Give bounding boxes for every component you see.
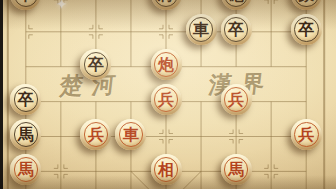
piece-glyph: 兵 <box>80 119 111 150</box>
piece-glyph: 相 <box>151 154 182 185</box>
piece-red-cannon[interactable]: 炮 <box>151 49 182 80</box>
piece-red-pawn[interactable]: 兵 <box>221 84 252 115</box>
piece-black-pawn[interactable]: 卒 <box>291 14 322 45</box>
piece-black-elephant[interactable]: 象 <box>291 0 322 10</box>
piece-glyph: 兵 <box>291 119 322 150</box>
piece-red-pawn[interactable]: 兵 <box>80 119 111 150</box>
piece-glyph: 馬 <box>221 154 252 185</box>
piece-black-pawn[interactable]: 卒 <box>10 84 41 115</box>
piece-red-pawn[interactable]: 兵 <box>151 84 182 115</box>
piece-black-general[interactable]: 將 <box>151 0 182 10</box>
left-edge-bar <box>0 0 3 189</box>
piece-glyph: 炮 <box>151 50 182 81</box>
piece-glyph: 砲 <box>221 0 252 11</box>
xiangqi-game-screen: 楚河 漢界 車將砲象車卒卒卒炮卒兵兵馬兵車兵馬相馬 ✦ <box>0 0 336 189</box>
piece-black-cannon[interactable]: 砲 <box>221 0 252 10</box>
piece-glyph: 馬 <box>10 119 41 150</box>
piece-black-chariot[interactable]: 車 <box>10 0 41 10</box>
piece-glyph: 卒 <box>221 15 252 46</box>
piece-glyph: 兵 <box>221 85 252 116</box>
piece-glyph: 馬 <box>10 154 41 185</box>
piece-black-chariot[interactable]: 車 <box>186 14 217 45</box>
piece-glyph: 卒 <box>80 50 111 81</box>
piece-black-pawn[interactable]: 卒 <box>80 49 111 80</box>
piece-glyph: 車 <box>10 0 41 11</box>
piece-black-horse[interactable]: 馬 <box>10 119 41 150</box>
sparkle-effect-icon: ✦ <box>56 0 68 12</box>
piece-red-chariot[interactable]: 車 <box>115 119 146 150</box>
piece-red-horse[interactable]: 馬 <box>10 154 41 185</box>
piece-glyph: 卒 <box>10 85 41 116</box>
xiangqi-board[interactable]: 車將砲象車卒卒卒炮卒兵兵馬兵車兵馬相馬 <box>8 0 324 189</box>
piece-red-horse[interactable]: 馬 <box>221 154 252 185</box>
piece-glyph: 卒 <box>291 15 322 46</box>
piece-red-elephant[interactable]: 相 <box>151 154 182 185</box>
piece-glyph: 車 <box>115 119 146 150</box>
piece-glyph: 象 <box>291 0 322 11</box>
piece-glyph: 兵 <box>151 85 182 116</box>
piece-red-pawn[interactable]: 兵 <box>291 119 322 150</box>
piece-glyph: 將 <box>151 0 182 11</box>
piece-glyph: 車 <box>186 15 217 46</box>
piece-black-pawn[interactable]: 卒 <box>221 14 252 45</box>
